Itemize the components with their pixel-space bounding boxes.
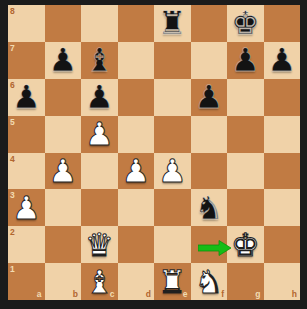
square-d8[interactable]	[118, 5, 155, 42]
piece-black-knight-f3[interactable]: ♞	[194, 192, 223, 224]
piece-white-pawn-d4[interactable]: ♟	[121, 155, 150, 187]
chess-board: 8♜♚7♟♝♟♟6♟♟♟5♟4♟♟♟3♟♞2♛♚1abc♝de♜f♞gh	[8, 5, 300, 300]
piece-black-king-g8[interactable]: ♚	[231, 7, 260, 39]
square-e5[interactable]	[154, 116, 191, 153]
square-b7[interactable]: ♟	[45, 42, 82, 79]
rank-label-7: 7	[10, 44, 15, 53]
file-label-g: g	[255, 290, 260, 299]
piece-black-pawn-a6[interactable]: ♟	[12, 81, 41, 113]
square-a7[interactable]: 7	[8, 42, 45, 79]
square-c1[interactable]: c♝	[81, 263, 118, 300]
square-f2[interactable]	[191, 226, 228, 263]
square-d1[interactable]: d	[118, 263, 155, 300]
square-d4[interactable]: ♟	[118, 153, 155, 190]
rank-label-5: 5	[10, 118, 15, 127]
piece-white-pawn-a3[interactable]: ♟	[12, 192, 41, 224]
square-h8[interactable]	[264, 5, 301, 42]
square-f5[interactable]	[191, 116, 228, 153]
file-label-a: a	[37, 290, 42, 299]
square-h4[interactable]	[264, 153, 301, 190]
square-h3[interactable]	[264, 189, 301, 226]
square-a3[interactable]: 3♟	[8, 189, 45, 226]
piece-black-pawn-g7[interactable]: ♟	[231, 44, 260, 76]
square-e1[interactable]: e♜	[154, 263, 191, 300]
piece-white-pawn-b4[interactable]: ♟	[48, 155, 77, 187]
square-c2[interactable]: ♛	[81, 226, 118, 263]
piece-white-rook-e1[interactable]: ♜	[158, 266, 187, 298]
square-g3[interactable]	[227, 189, 264, 226]
square-b4[interactable]: ♟	[45, 153, 82, 190]
square-a1[interactable]: 1a	[8, 263, 45, 300]
square-a5[interactable]: 5	[8, 116, 45, 153]
piece-white-pawn-e4[interactable]: ♟	[158, 155, 187, 187]
square-h2[interactable]	[264, 226, 301, 263]
board-frame: 8♜♚7♟♝♟♟6♟♟♟5♟4♟♟♟3♟♞2♛♚1abc♝de♜f♞gh	[0, 0, 307, 309]
piece-black-pawn-c6[interactable]: ♟	[85, 81, 114, 113]
square-c5[interactable]: ♟	[81, 116, 118, 153]
square-e4[interactable]: ♟	[154, 153, 191, 190]
square-f1[interactable]: f♞	[191, 263, 228, 300]
file-label-d: d	[146, 290, 151, 299]
rank-label-2: 2	[10, 228, 15, 237]
square-d5[interactable]	[118, 116, 155, 153]
square-h5[interactable]	[264, 116, 301, 153]
piece-black-rook-e8[interactable]: ♜	[158, 7, 187, 39]
file-label-h: h	[292, 290, 297, 299]
piece-black-pawn-h7[interactable]: ♟	[267, 44, 296, 76]
square-e3[interactable]	[154, 189, 191, 226]
square-c8[interactable]	[81, 5, 118, 42]
square-g1[interactable]: g	[227, 263, 264, 300]
piece-black-pawn-b7[interactable]: ♟	[48, 44, 77, 76]
rank-label-1: 1	[10, 265, 15, 274]
square-c7[interactable]: ♝	[81, 42, 118, 79]
square-c4[interactable]	[81, 153, 118, 190]
square-b5[interactable]	[45, 116, 82, 153]
square-b3[interactable]	[45, 189, 82, 226]
square-e2[interactable]	[154, 226, 191, 263]
square-h1[interactable]: h	[264, 263, 301, 300]
piece-black-pawn-f6[interactable]: ♟	[194, 81, 223, 113]
piece-white-queen-c2[interactable]: ♛	[85, 229, 114, 261]
square-f4[interactable]	[191, 153, 228, 190]
square-f6[interactable]: ♟	[191, 79, 228, 116]
square-d3[interactable]	[118, 189, 155, 226]
square-e6[interactable]	[154, 79, 191, 116]
square-a4[interactable]: 4	[8, 153, 45, 190]
square-g6[interactable]	[227, 79, 264, 116]
piece-white-bishop-c1[interactable]: ♝	[85, 266, 114, 298]
square-h6[interactable]	[264, 79, 301, 116]
piece-white-knight-f1[interactable]: ♞	[194, 266, 223, 298]
square-g2[interactable]: ♚	[227, 226, 264, 263]
square-a6[interactable]: 6♟	[8, 79, 45, 116]
square-h7[interactable]: ♟	[264, 42, 301, 79]
square-a2[interactable]: 2	[8, 226, 45, 263]
square-b8[interactable]	[45, 5, 82, 42]
square-b1[interactable]: b	[45, 263, 82, 300]
piece-white-pawn-c5[interactable]: ♟	[85, 118, 114, 150]
square-a8[interactable]: 8	[8, 5, 45, 42]
piece-white-king-g2[interactable]: ♚	[231, 229, 260, 261]
square-g8[interactable]: ♚	[227, 5, 264, 42]
square-f7[interactable]	[191, 42, 228, 79]
square-d6[interactable]	[118, 79, 155, 116]
square-f8[interactable]	[191, 5, 228, 42]
square-b6[interactable]	[45, 79, 82, 116]
square-e8[interactable]: ♜	[154, 5, 191, 42]
rank-label-8: 8	[10, 7, 15, 16]
square-b2[interactable]	[45, 226, 82, 263]
rank-label-4: 4	[10, 155, 15, 164]
square-e7[interactable]	[154, 42, 191, 79]
file-label-b: b	[73, 290, 78, 299]
square-d2[interactable]	[118, 226, 155, 263]
square-g5[interactable]	[227, 116, 264, 153]
square-f3[interactable]: ♞	[191, 189, 228, 226]
square-g7[interactable]: ♟	[227, 42, 264, 79]
square-c3[interactable]	[81, 189, 118, 226]
square-g4[interactable]	[227, 153, 264, 190]
square-c6[interactable]: ♟	[81, 79, 118, 116]
square-d7[interactable]	[118, 42, 155, 79]
piece-black-bishop-c7[interactable]: ♝	[85, 44, 114, 76]
